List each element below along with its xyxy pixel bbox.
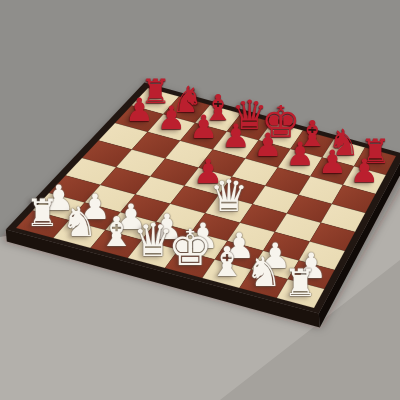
piece-white-bishop-c1[interactable]: ♝ <box>98 212 134 253</box>
piece-white-king-e1[interactable]: ♚ <box>168 224 212 274</box>
piece-red-pawn-c7[interactable]: ♟ <box>189 112 218 144</box>
chess-set-photo: ♜♞♝♟♛♟♚♟♝♟♞♟♜♟♟♟♟♟♛♟♜♟♞♟♝♟♛♟♚♟♝♟♞♜ <box>0 0 400 400</box>
piece-white-rook-h1[interactable]: ♜ <box>284 264 318 302</box>
piece-red-pawn-e7[interactable]: ♟ <box>254 129 283 161</box>
piece-red-pawn-b7[interactable]: ♟ <box>157 103 186 135</box>
piece-white-rook-a1[interactable]: ♜ <box>26 195 60 233</box>
piece-white-knight-b1[interactable]: ♞ <box>61 202 97 243</box>
piece-white-bishop-f1[interactable]: ♝ <box>209 242 245 283</box>
piece-red-pawn-d7[interactable]: ♟ <box>221 120 250 152</box>
piece-red-pawn-a7[interactable]: ♟ <box>125 94 154 126</box>
piece-red-pawn-h7[interactable]: ♟ <box>350 155 379 187</box>
piece-red-pawn-f7[interactable]: ♟ <box>286 138 315 170</box>
piece-red-pawn-g7[interactable]: ♟ <box>318 147 347 179</box>
piece-white-queen-e4[interactable]: ♛ <box>210 174 249 217</box>
piece-white-knight-g1[interactable]: ♞ <box>246 252 282 293</box>
